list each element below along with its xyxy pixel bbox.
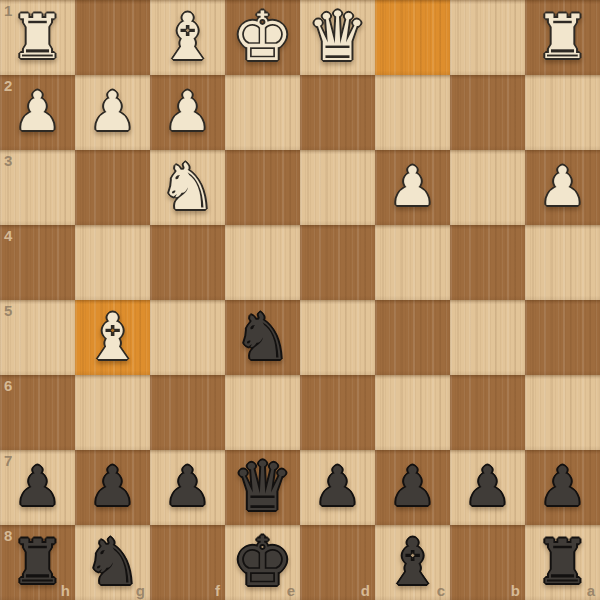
square-h2[interactable]: ♟2: [0, 75, 75, 150]
rank-label-5: 5: [4, 303, 12, 318]
square-g3[interactable]: [75, 150, 150, 225]
square-d3[interactable]: [300, 150, 375, 225]
white-knight-piece[interactable]: ♞: [159, 155, 216, 219]
square-d6[interactable]: [300, 375, 375, 450]
chess-board: ♜1♝♚♛♜♟2♟♟3♞♟♟45♝♞6♟7♟♟♛♟♟♟♟♜8h♞gf♚ed♝cb…: [0, 0, 600, 600]
square-b4[interactable]: [450, 225, 525, 300]
square-h6[interactable]: 6: [0, 375, 75, 450]
square-a6[interactable]: [525, 375, 600, 450]
square-e3[interactable]: [225, 150, 300, 225]
square-d4[interactable]: [300, 225, 375, 300]
square-e5[interactable]: ♞: [225, 300, 300, 375]
square-d2[interactable]: [300, 75, 375, 150]
white-bishop-piece[interactable]: ♝: [84, 305, 141, 369]
black-pawn-piece[interactable]: ♟: [163, 460, 211, 514]
square-h8[interactable]: ♜8h: [0, 525, 75, 600]
square-c4[interactable]: [375, 225, 450, 300]
black-bishop-piece[interactable]: ♝: [384, 530, 441, 594]
square-g7[interactable]: ♟: [75, 450, 150, 525]
square-a3[interactable]: ♟: [525, 150, 600, 225]
black-pawn-piece[interactable]: ♟: [388, 460, 436, 514]
black-knight-piece[interactable]: ♞: [84, 530, 141, 594]
square-f1[interactable]: ♝: [150, 0, 225, 75]
square-g1[interactable]: [75, 0, 150, 75]
square-e4[interactable]: [225, 225, 300, 300]
rank-label-3: 3: [4, 153, 12, 168]
square-h7[interactable]: ♟7: [0, 450, 75, 525]
rank-label-6: 6: [4, 378, 12, 393]
square-h3[interactable]: 3: [0, 150, 75, 225]
white-rook-piece[interactable]: ♜: [535, 6, 590, 67]
square-h4[interactable]: 4: [0, 225, 75, 300]
square-h5[interactable]: 5: [0, 300, 75, 375]
square-a4[interactable]: [525, 225, 600, 300]
black-pawn-piece[interactable]: ♟: [88, 460, 136, 514]
black-queen-piece[interactable]: ♛: [232, 453, 293, 521]
square-f8[interactable]: f: [150, 525, 225, 600]
white-pawn-piece[interactable]: ♟: [538, 160, 586, 214]
rank-label-2: 2: [4, 78, 12, 93]
square-h1[interactable]: ♜1: [0, 0, 75, 75]
square-f4[interactable]: [150, 225, 225, 300]
square-c1[interactable]: [375, 0, 450, 75]
white-pawn-piece[interactable]: ♟: [13, 85, 61, 139]
square-b5[interactable]: [450, 300, 525, 375]
square-e6[interactable]: [225, 375, 300, 450]
white-pawn-piece[interactable]: ♟: [163, 85, 211, 139]
square-e2[interactable]: [225, 75, 300, 150]
square-b2[interactable]: [450, 75, 525, 150]
rank-label-7: 7: [4, 453, 12, 468]
square-a2[interactable]: [525, 75, 600, 150]
square-a7[interactable]: ♟: [525, 450, 600, 525]
black-king-piece[interactable]: ♚: [232, 528, 293, 596]
square-g4[interactable]: [75, 225, 150, 300]
square-d7[interactable]: ♟: [300, 450, 375, 525]
square-d8[interactable]: d: [300, 525, 375, 600]
square-b6[interactable]: [450, 375, 525, 450]
square-c3[interactable]: ♟: [375, 150, 450, 225]
rank-label-4: 4: [4, 228, 12, 243]
black-rook-piece[interactable]: ♜: [10, 531, 65, 592]
black-pawn-piece[interactable]: ♟: [463, 460, 511, 514]
white-king-piece[interactable]: ♚: [232, 3, 293, 71]
square-g2[interactable]: ♟: [75, 75, 150, 150]
square-f3[interactable]: ♞: [150, 150, 225, 225]
file-label-f: f: [215, 583, 220, 598]
square-e7[interactable]: ♛: [225, 450, 300, 525]
square-a8[interactable]: ♜a: [525, 525, 600, 600]
square-b8[interactable]: b: [450, 525, 525, 600]
square-f7[interactable]: ♟: [150, 450, 225, 525]
square-c6[interactable]: [375, 375, 450, 450]
square-f6[interactable]: [150, 375, 225, 450]
square-f5[interactable]: [150, 300, 225, 375]
white-rook-piece[interactable]: ♜: [10, 6, 65, 67]
file-label-d: d: [361, 583, 370, 598]
square-c7[interactable]: ♟: [375, 450, 450, 525]
square-b3[interactable]: [450, 150, 525, 225]
black-pawn-piece[interactable]: ♟: [313, 460, 361, 514]
white-pawn-piece[interactable]: ♟: [388, 160, 436, 214]
square-c8[interactable]: ♝c: [375, 525, 450, 600]
square-e1[interactable]: ♚: [225, 0, 300, 75]
square-d5[interactable]: [300, 300, 375, 375]
black-rook-piece[interactable]: ♜: [535, 531, 590, 592]
square-c5[interactable]: [375, 300, 450, 375]
black-pawn-piece[interactable]: ♟: [13, 460, 61, 514]
square-g6[interactable]: [75, 375, 150, 450]
square-a1[interactable]: ♜: [525, 0, 600, 75]
square-b1[interactable]: [450, 0, 525, 75]
square-a5[interactable]: [525, 300, 600, 375]
square-g5[interactable]: ♝: [75, 300, 150, 375]
square-g8[interactable]: ♞g: [75, 525, 150, 600]
white-bishop-piece[interactable]: ♝: [159, 5, 216, 69]
white-pawn-piece[interactable]: ♟: [88, 85, 136, 139]
black-knight-piece[interactable]: ♞: [234, 305, 291, 369]
square-c2[interactable]: [375, 75, 450, 150]
square-e8[interactable]: ♚e: [225, 525, 300, 600]
square-f2[interactable]: ♟: [150, 75, 225, 150]
square-d1[interactable]: ♛: [300, 0, 375, 75]
file-label-b: b: [511, 583, 520, 598]
square-b7[interactable]: ♟: [450, 450, 525, 525]
white-queen-piece[interactable]: ♛: [307, 3, 368, 71]
black-pawn-piece[interactable]: ♟: [538, 460, 586, 514]
